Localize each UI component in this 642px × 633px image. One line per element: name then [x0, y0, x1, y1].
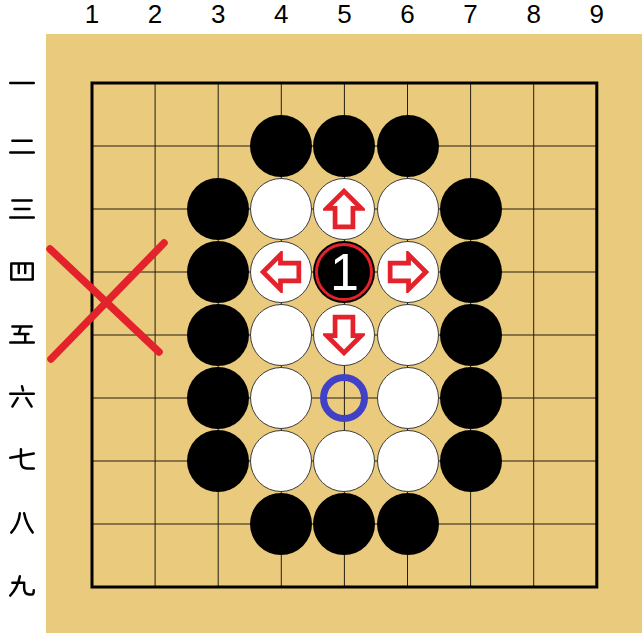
intersection-3-4[interactable]: [187, 241, 250, 304]
intersection-7-4[interactable]: [439, 241, 502, 304]
black-stone-5-8: [313, 493, 375, 555]
intersection-5-3[interactable]: [313, 178, 376, 241]
top-coordinate-1: 1: [85, 1, 99, 28]
intersection-2-3[interactable]: [124, 178, 187, 241]
black-stone-7-5: [440, 304, 502, 366]
intersection-8-6[interactable]: [502, 367, 565, 430]
intersection-3-8[interactable]: [187, 493, 250, 556]
intersection-7-2[interactable]: [439, 115, 502, 178]
black-stone-3-4: [187, 241, 249, 303]
intersection-5-6[interactable]: [313, 367, 376, 430]
intersection-6-6[interactable]: [376, 367, 439, 430]
black-stone-7-7: [440, 430, 502, 492]
side-coordinate-1: [7, 68, 37, 98]
intersection-3-3[interactable]: [187, 178, 250, 241]
intersection-4-9[interactable]: [250, 556, 313, 619]
top-coordinate-8: 8: [526, 1, 540, 28]
side-coordinate-8: [7, 509, 37, 539]
intersection-8-7[interactable]: [502, 430, 565, 493]
intersection-7-3[interactable]: [439, 178, 502, 241]
black-stone-3-6: [187, 367, 249, 429]
intersection-4-4[interactable]: [250, 241, 313, 304]
side-coordinate-9: [7, 572, 37, 602]
intersection-6-9[interactable]: [376, 556, 439, 619]
intersection-9-1[interactable]: [565, 52, 628, 115]
intersection-1-3[interactable]: [61, 178, 124, 241]
intersection-6-4[interactable]: [376, 241, 439, 304]
intersection-9-4[interactable]: [565, 241, 628, 304]
intersection-7-7[interactable]: [439, 430, 502, 493]
intersection-3-5[interactable]: [187, 304, 250, 367]
intersection-3-9[interactable]: [187, 556, 250, 619]
white-stone-4-7: [250, 430, 312, 492]
blue-circle-marker: [320, 374, 368, 422]
intersection-9-3[interactable]: [565, 178, 628, 241]
intersection-8-3[interactable]: [502, 178, 565, 241]
intersection-5-7[interactable]: [313, 430, 376, 493]
intersection-4-5[interactable]: [250, 304, 313, 367]
intersection-2-7[interactable]: [124, 430, 187, 493]
intersection-3-1[interactable]: [187, 52, 250, 115]
white-stone-4-3: [250, 178, 312, 240]
intersection-2-5[interactable]: [124, 304, 187, 367]
intersection-7-8[interactable]: [439, 493, 502, 556]
red-arrow-right-icon: [387, 251, 429, 293]
white-stone-4-4: [250, 241, 312, 303]
intersection-3-2[interactable]: [187, 115, 250, 178]
intersection-6-5[interactable]: [376, 304, 439, 367]
intersection-5-8[interactable]: [313, 493, 376, 556]
black-stone-3-3: [187, 178, 249, 240]
intersection-6-3[interactable]: [376, 178, 439, 241]
intersection-1-1[interactable]: [61, 52, 124, 115]
intersection-4-1[interactable]: [250, 52, 313, 115]
intersection-7-1[interactable]: [439, 52, 502, 115]
intersection-8-4[interactable]: [502, 241, 565, 304]
intersection-2-6[interactable]: [124, 367, 187, 430]
white-stone-4-6: [250, 367, 312, 429]
intersection-4-3[interactable]: [250, 178, 313, 241]
intersection-5-2[interactable]: [313, 115, 376, 178]
side-coordinate-6: [7, 383, 37, 413]
black-stone-7-4: [440, 241, 502, 303]
intersection-5-1[interactable]: [313, 52, 376, 115]
intersection-8-8[interactable]: [502, 493, 565, 556]
black-stone-4-8: [250, 493, 312, 555]
white-stone-6-5: [377, 304, 439, 366]
intersection-4-2[interactable]: [250, 115, 313, 178]
intersection-4-6[interactable]: [250, 367, 313, 430]
intersection-6-8[interactable]: [376, 493, 439, 556]
top-coordinate-2: 2: [148, 1, 162, 28]
red-arrow-left-icon: [260, 251, 302, 293]
black-stone-3-7: [187, 430, 249, 492]
side-coordinate-5: [7, 320, 37, 350]
intersection-2-1[interactable]: [124, 52, 187, 115]
top-coordinate-3: 3: [211, 1, 225, 28]
white-stone-6-6: [377, 367, 439, 429]
intersection-8-9[interactable]: [502, 556, 565, 619]
intersection-3-6[interactable]: [187, 367, 250, 430]
intersection-1-4[interactable]: [61, 241, 124, 304]
intersection-4-8[interactable]: [250, 493, 313, 556]
intersection-3-7[interactable]: [187, 430, 250, 493]
intersection-9-7[interactable]: [565, 430, 628, 493]
white-stone-4-5: [250, 304, 312, 366]
top-coordinate-4: 4: [274, 1, 288, 28]
side-coordinate-4: [7, 257, 37, 287]
white-stone-6-7: [377, 430, 439, 492]
intersection-5-4[interactable]: 1: [313, 241, 376, 304]
intersection-1-7[interactable]: [61, 430, 124, 493]
side-coordinate-3: [7, 194, 37, 224]
intersection-2-9[interactable]: [124, 556, 187, 619]
white-stone-6-4: [377, 241, 439, 303]
black-stone-5-4: 1: [313, 241, 375, 303]
intersection-5-5[interactable]: [313, 304, 376, 367]
intersection-9-9[interactable]: [565, 556, 628, 619]
red-arrow-down-icon: [323, 314, 365, 356]
intersection-1-2[interactable]: [61, 115, 124, 178]
black-stone-6-8: [377, 493, 439, 555]
board-grid: 1: [61, 52, 629, 619]
black-stone-7-6: [440, 367, 502, 429]
intersection-8-2[interactable]: [502, 115, 565, 178]
intersection-2-2[interactable]: [124, 115, 187, 178]
black-stone-4-2: [250, 115, 312, 177]
intersection-9-2[interactable]: [565, 115, 628, 178]
top-coordinate-5: 5: [337, 1, 351, 28]
side-coordinate-7: [7, 446, 37, 476]
top-coordinate-6: 6: [400, 1, 414, 28]
intersection-9-5[interactable]: [565, 304, 628, 367]
move-number-label: 1: [330, 246, 359, 298]
side-coordinate-2: [7, 131, 37, 161]
intersection-1-8[interactable]: [61, 493, 124, 556]
intersection-2-4[interactable]: [124, 241, 187, 304]
intersection-2-8[interactable]: [124, 493, 187, 556]
intersection-1-9[interactable]: [61, 556, 124, 619]
intersection-9-8[interactable]: [565, 493, 628, 556]
intersection-6-1[interactable]: [376, 52, 439, 115]
white-stone-6-3: [377, 178, 439, 240]
intersection-8-5[interactable]: [502, 304, 565, 367]
white-stone-5-7: [313, 430, 375, 492]
top-coordinate-7: 7: [463, 1, 477, 28]
intersection-6-7[interactable]: [376, 430, 439, 493]
intersection-1-5[interactable]: [61, 304, 124, 367]
intersection-5-9[interactable]: [313, 556, 376, 619]
white-stone-5-3: [313, 178, 375, 240]
go-diagram: 123456789 1: [0, 0, 642, 633]
black-stone-3-5: [187, 304, 249, 366]
intersection-9-6[interactable]: [565, 367, 628, 430]
intersection-7-9[interactable]: [439, 556, 502, 619]
white-stone-5-5: [313, 304, 375, 366]
top-coordinate-9: 9: [590, 1, 604, 28]
black-stone-5-2: [313, 115, 375, 177]
black-stone-6-2: [377, 115, 439, 177]
intersection-8-1[interactable]: [502, 52, 565, 115]
intersection-6-2[interactable]: [376, 115, 439, 178]
intersection-7-6[interactable]: [439, 367, 502, 430]
intersection-7-5[interactable]: [439, 304, 502, 367]
intersection-1-6[interactable]: [61, 367, 124, 430]
black-stone-7-3: [440, 178, 502, 240]
intersection-4-7[interactable]: [250, 430, 313, 493]
red-arrow-up-icon: [323, 188, 365, 230]
